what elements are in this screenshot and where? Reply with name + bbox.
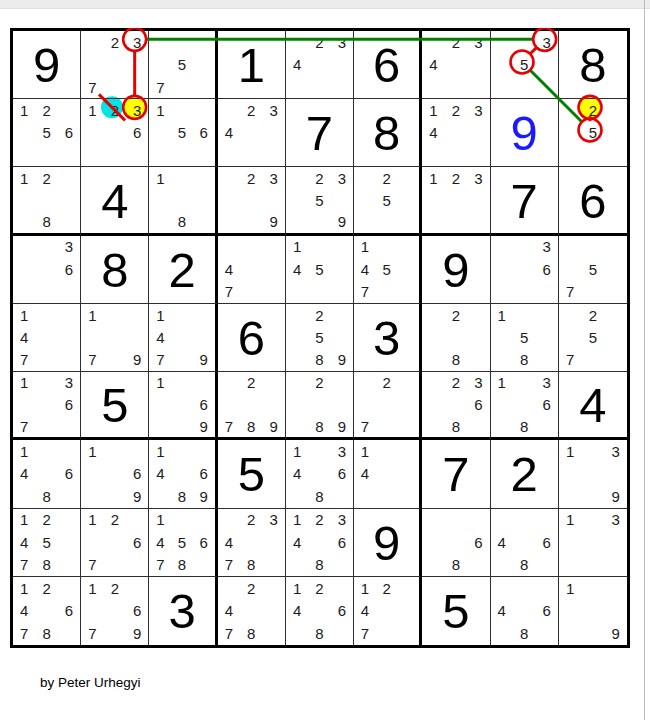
candidate-2 [104,304,126,326]
candidate-8 [582,349,605,371]
candidate-6: 6 [58,463,80,485]
candidate-7 [422,211,444,233]
candidate-grid: 1236 [81,99,148,166]
candidate-6: 6 [58,600,80,623]
cell-r6c5[interactable]: 289 [286,372,354,440]
candidate-3 [58,509,80,531]
candidate-9 [58,280,80,302]
candidate-3 [398,372,420,394]
candidate-4: 4 [422,53,444,75]
candidate-7 [286,76,308,98]
cell-r6c4[interactable]: 2789 [218,372,286,440]
candidate-5: 5 [35,531,57,553]
candidate-9: 9 [126,349,148,371]
candidate-6 [126,326,148,348]
candidate-grid: 57 [559,236,627,303]
cell-r1c9[interactable]: 8 [559,31,627,99]
cell-r2c8[interactable]: 9 [491,99,559,167]
candidate-7 [491,349,513,371]
cell-r9c4[interactable]: 2478 [218,577,286,645]
candidate-grid: 1234 [422,99,489,166]
cell-r9c1[interactable]: 124678 [13,577,81,645]
candidate-2: 2 [104,577,126,600]
candidate-2: 2 [308,304,330,326]
candidate-7 [491,622,513,645]
candidate-7 [422,76,444,98]
candidate-1: 1 [13,99,35,121]
cell-r2c6[interactable]: 8 [354,99,422,167]
candidate-6: 6 [535,258,557,280]
cell-r4c3[interactable]: 2 [149,236,217,304]
candidate-5 [445,326,467,348]
cell-r8c6[interactable]: 9 [354,509,422,577]
candidate-grid: 14689 [149,440,214,507]
cell-r2c5[interactable]: 7 [286,99,354,167]
candidate-6 [331,394,353,416]
candidate-3: 3 [467,31,489,53]
candidate-2 [308,440,330,462]
candidate-3 [331,372,353,394]
candidate-4 [491,53,513,75]
candidate-3: 3 [58,372,80,394]
candidate-2: 2 [582,99,605,121]
candidate-3 [398,440,420,462]
candidate-3 [126,509,148,531]
candidate-1 [559,236,582,258]
cell-value: 1 [238,41,265,90]
cell-r2c9[interactable]: 25 [559,99,627,167]
cell-value: 2 [511,450,538,499]
cell-r2c2[interactable]: 1236 [81,99,149,167]
cell-r7c2[interactable]: 169 [81,440,149,508]
candidate-4 [559,258,582,280]
candidate-grid: 47 [218,236,285,303]
candidate-3: 3 [331,509,353,531]
candidate-3 [398,167,420,189]
candidate-9 [262,144,284,166]
candidate-2 [171,372,193,394]
candidate-7: 7 [354,280,376,302]
candidate-1 [81,31,103,53]
candidate-1 [149,31,171,53]
candidate-8 [445,76,467,98]
candidate-4: 4 [218,122,240,144]
candidate-5: 5 [308,326,330,348]
candidate-1 [218,167,240,189]
candidate-2: 2 [240,509,262,531]
candidate-9 [331,622,353,645]
candidate-3 [193,31,215,53]
candidate-9: 9 [193,485,215,507]
candidate-3: 3 [535,372,557,394]
candidate-7 [491,76,513,98]
candidate-1: 1 [13,577,35,600]
candidate-4: 4 [354,600,376,623]
candidate-8 [104,485,126,507]
candidate-grid: 18 [149,167,214,232]
candidate-4 [81,463,103,485]
candidate-2 [240,236,262,258]
candidate-8 [104,349,126,371]
candidate-9 [467,416,489,438]
cell-r5c9[interactable]: 257 [559,304,627,372]
cell-r8c4[interactable]: 23478 [218,509,286,577]
candidate-9 [535,76,557,98]
candidate-5 [35,189,57,211]
cell-r6c9[interactable]: 4 [559,372,627,440]
candidate-6 [604,122,627,144]
candidate-6 [467,326,489,348]
cell-r2c4[interactable]: 234 [218,99,286,167]
candidate-1: 1 [149,440,171,462]
cell-r3c4[interactable]: 239 [218,167,286,235]
candidate-1 [286,304,308,326]
candidate-2: 2 [35,99,57,121]
candidate-2 [582,440,605,462]
cell-r6c6[interactable]: 27 [354,372,422,440]
candidate-6 [535,53,557,75]
cell-r8c9[interactable]: 13 [559,509,627,577]
candidate-5 [376,600,398,623]
candidate-6: 6 [58,258,80,280]
candidate-8: 8 [513,349,535,371]
candidate-3: 3 [331,440,353,462]
candidate-8 [582,622,605,645]
candidate-1: 1 [286,236,308,258]
candidate-3 [262,577,284,600]
candidate-9 [467,211,489,233]
candidate-9: 9 [193,349,215,371]
candidate-8: 8 [171,211,193,233]
candidate-9 [604,349,627,371]
cell-r6c2[interactable]: 5 [81,372,149,440]
cell-r4c9[interactable]: 57 [559,236,627,304]
cell-r3c3[interactable]: 18 [149,167,217,235]
candidate-1: 1 [286,577,308,600]
candidate-5: 5 [171,531,193,553]
candidate-grid: 1367 [13,372,80,437]
sudoku-grid: 9237571234623435812561236156234781234925… [10,28,630,648]
cell-r8c8[interactable]: 468 [491,509,559,577]
candidate-5: 5 [582,326,605,348]
candidate-6 [467,53,489,75]
cell-r4c7[interactable]: 9 [422,236,490,304]
candidate-7 [149,416,171,438]
candidate-9: 9 [262,416,284,438]
candidate-grid: 1267 [81,509,148,576]
cell-r1c1[interactable]: 9 [13,31,81,99]
cell-r4c8[interactable]: 36 [491,236,559,304]
candidate-grid: 25 [559,99,627,166]
candidate-grid: 12468 [286,577,353,645]
candidate-2 [445,509,467,531]
candidate-6 [604,463,627,485]
cell-r5c3[interactable]: 1479 [149,304,217,372]
candidate-1: 1 [81,577,103,600]
candidate-6 [126,53,148,75]
candidate-4 [81,326,103,348]
candidate-8 [35,144,57,166]
candidate-grid: 36 [13,236,80,303]
candidate-3: 3 [331,167,353,189]
candidate-1 [491,509,513,531]
cell-r5c6[interactable]: 3 [354,304,422,372]
candidate-4: 4 [149,531,171,553]
candidate-8: 8 [35,622,57,645]
candidate-3 [467,509,489,531]
candidate-4 [149,394,171,416]
candidate-2: 2 [104,99,126,121]
cell-r1c5[interactable]: 234 [286,31,354,99]
candidate-8 [171,144,193,166]
candidate-9 [535,553,557,575]
candidate-1: 1 [422,167,444,189]
candidate-1 [559,304,582,326]
candidate-grid: 169 [149,372,214,437]
cell-r5c5[interactable]: 2589 [286,304,354,372]
cell-r8c5[interactable]: 123468 [286,509,354,577]
candidate-4 [422,531,444,553]
candidate-7 [13,211,35,233]
cell-value: 7 [306,109,333,158]
candidate-1 [218,372,240,394]
candidate-4 [559,531,582,553]
candidate-8: 8 [35,485,57,507]
candidate-3 [58,99,80,121]
candidate-grid: 257 [559,304,627,371]
candidate-9 [262,622,284,645]
candidate-1: 1 [13,440,35,462]
candidate-4: 4 [286,600,308,623]
cell-r3c2[interactable]: 4 [81,167,149,235]
candidate-3: 3 [331,31,353,53]
cell-r3c1[interactable]: 128 [13,167,81,235]
candidate-grid: 139 [559,440,627,507]
cell-r8c2[interactable]: 1267 [81,509,149,577]
candidate-grid: 1468 [13,440,80,507]
cell-r6c3[interactable]: 169 [149,372,217,440]
cell-r4c2[interactable]: 8 [81,236,149,304]
candidate-3 [535,577,557,600]
cell-r9c5[interactable]: 12468 [286,577,354,645]
candidate-2 [513,31,535,53]
cell-r5c4[interactable]: 6 [218,304,286,372]
candidate-4 [13,122,35,144]
cell-r8c1[interactable]: 124578 [13,509,81,577]
candidate-6: 6 [467,531,489,553]
cell-r1c4[interactable]: 1 [218,31,286,99]
cell-r8c3[interactable]: 145678 [149,509,217,577]
cell-value: 7 [442,450,469,499]
candidate-grid: 123 [422,167,489,232]
candidate-9 [604,280,627,302]
cell-r7c7[interactable]: 7 [422,440,490,508]
cell-r5c1[interactable]: 147 [13,304,81,372]
candidate-5 [445,189,467,211]
candidate-9: 9 [331,416,353,438]
cell-r1c3[interactable]: 57 [149,31,217,99]
candidate-1: 1 [422,99,444,121]
candidate-grid: 145 [286,236,353,303]
candidate-6: 6 [467,394,489,416]
candidate-9: 9 [331,349,353,371]
cell-r2c1[interactable]: 1256 [13,99,81,167]
cell-r7c5[interactable]: 13468 [286,440,354,508]
candidate-9 [262,553,284,575]
cell-r9c6[interactable]: 1247 [354,577,422,645]
candidate-6 [467,189,489,211]
candidate-1 [218,577,240,600]
candidate-grid: 13468 [286,440,353,507]
candidate-4 [491,394,513,416]
candidate-grid: 1247 [354,577,419,645]
candidate-3 [58,577,80,600]
candidate-7: 7 [218,416,240,438]
cell-r7c1[interactable]: 1468 [13,440,81,508]
cell-value: 4 [579,381,606,430]
candidate-7 [13,144,35,166]
candidate-4: 4 [13,326,35,348]
candidate-grid: 2478 [218,577,285,645]
candidate-3 [604,99,627,121]
cell-value: 3 [373,314,400,363]
sudoku-board: 9237571234623435812561236156234781234925… [10,28,630,648]
cell-r3c8[interactable]: 7 [491,167,559,235]
candidate-4 [354,394,376,416]
candidate-7 [422,349,444,371]
candidate-3: 3 [604,440,627,462]
candidate-2: 2 [445,304,467,326]
cell-r9c2[interactable]: 12679 [81,577,149,645]
cell-r1c7[interactable]: 234 [422,31,490,99]
candidate-9 [58,416,80,438]
cell-r6c1[interactable]: 1367 [13,372,81,440]
cell-r4c1[interactable]: 36 [13,236,81,304]
candidate-7: 7 [354,416,376,438]
candidate-1 [13,236,35,258]
candidate-3: 3 [467,167,489,189]
candidate-9: 9 [193,416,215,438]
cell-r8c7[interactable]: 68 [422,509,490,577]
candidate-3 [331,304,353,326]
cell-r5c7[interactable]: 28 [422,304,490,372]
candidate-3 [262,236,284,258]
candidate-2: 2 [376,577,398,600]
candidate-9 [467,553,489,575]
candidate-grid: 179 [81,304,148,371]
cell-r4c4[interactable]: 47 [218,236,286,304]
candidate-8: 8 [308,553,330,575]
candidate-grid: 145678 [149,509,214,576]
candidate-2 [35,304,57,326]
candidate-5 [104,122,126,144]
candidate-2 [171,31,193,53]
cell-r3c7[interactable]: 123 [422,167,490,235]
cell-r4c5[interactable]: 145 [286,236,354,304]
candidate-8: 8 [308,622,330,645]
candidate-grid: 13 [559,509,627,576]
candidate-8: 8 [513,416,535,438]
cell-r1c2[interactable]: 237 [81,31,149,99]
cell-r1c8[interactable]: 35 [491,31,559,99]
candidate-6: 6 [331,600,353,623]
cell-r3c6[interactable]: 25 [354,167,422,235]
cell-r2c7[interactable]: 1234 [422,99,490,167]
candidate-3: 3 [262,167,284,189]
cell-r7c9[interactable]: 139 [559,440,627,508]
candidate-grid: 124678 [13,577,80,645]
cell-r7c8[interactable]: 2 [491,440,559,508]
cell-r2c3[interactable]: 156 [149,99,217,167]
candidate-grid: 36 [491,236,558,303]
candidate-1: 1 [149,509,171,531]
cell-r7c3[interactable]: 14689 [149,440,217,508]
cell-r7c6[interactable]: 14 [354,440,422,508]
candidate-4: 4 [286,531,308,553]
candidate-6 [467,122,489,144]
candidate-8 [445,144,467,166]
cell-r5c8[interactable]: 158 [491,304,559,372]
candidate-9 [535,416,557,438]
candidate-8: 8 [240,622,262,645]
candidate-2 [171,440,193,462]
cell-r6c7[interactable]: 2368 [422,372,490,440]
candidate-2 [513,372,535,394]
candidate-4: 4 [422,122,444,144]
candidate-6 [604,258,627,280]
candidate-5: 5 [513,53,535,75]
cell-r3c5[interactable]: 2359 [286,167,354,235]
cell-r9c8[interactable]: 468 [491,577,559,645]
candidate-7: 7 [81,349,103,371]
cell-r3c9[interactable]: 6 [559,167,627,235]
candidate-6 [193,53,215,75]
candidate-5 [308,531,330,553]
cell-r7c4[interactable]: 5 [218,440,286,508]
candidate-8 [582,280,605,302]
candidate-1: 1 [13,167,35,189]
candidate-6: 6 [58,122,80,144]
candidate-9: 9 [262,211,284,233]
cell-r9c9[interactable]: 19 [559,577,627,645]
candidate-7 [286,349,308,371]
candidate-8 [171,416,193,438]
candidate-3 [604,577,627,600]
cell-r6c8[interactable]: 1368 [491,372,559,440]
candidate-2: 2 [35,509,57,531]
candidate-5 [445,53,467,75]
candidate-grid: 234 [422,31,489,98]
candidate-8 [376,280,398,302]
candidate-7 [286,622,308,645]
cell-r5c2[interactable]: 179 [81,304,149,372]
candidate-2: 2 [240,372,262,394]
candidate-4 [13,258,35,280]
candidate-9: 9 [126,622,148,645]
cell-r4c6[interactable]: 1457 [354,236,422,304]
candidate-3 [467,304,489,326]
candidate-9 [398,211,420,233]
candidate-2 [513,509,535,531]
candidate-3 [331,577,353,600]
cell-r1c6[interactable]: 6 [354,31,422,99]
cell-r9c3[interactable]: 3 [149,577,217,645]
candidate-6: 6 [535,531,557,553]
cell-r9c7[interactable]: 5 [422,577,490,645]
candidate-1: 1 [491,304,513,326]
candidate-8 [308,211,330,233]
candidate-3: 3 [262,509,284,531]
